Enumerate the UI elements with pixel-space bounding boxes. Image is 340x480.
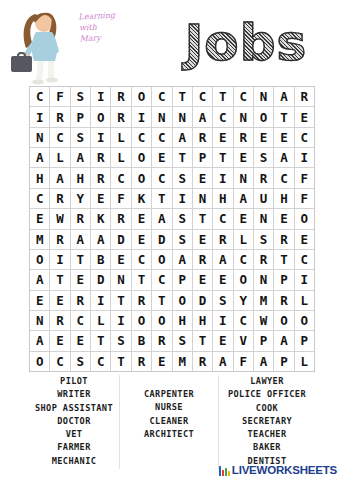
cell-r2c13[interactable]: T <box>274 107 293 126</box>
cell-r1c6[interactable]: O <box>132 87 151 106</box>
cell-r7c12[interactable]: N <box>254 209 273 228</box>
cell-r5c7[interactable]: C <box>152 168 171 187</box>
cell-r12c8[interactable]: H <box>173 311 192 330</box>
cell-r3c1[interactable]: N <box>30 128 49 147</box>
cell-r9c10[interactable]: A <box>213 250 232 269</box>
cell-r14c1[interactable]: O <box>30 352 49 371</box>
word-list-item: MECHANIC <box>52 455 97 468</box>
cell-r3c12[interactable]: E <box>254 128 273 147</box>
word-list-item: COOK <box>256 402 278 415</box>
cell-r13c7[interactable]: R <box>152 331 171 350</box>
cell-r13c3[interactable]: E <box>71 331 90 350</box>
cell-r12c9[interactable]: H <box>193 311 212 330</box>
liveworksheets-logo-icon <box>219 466 230 476</box>
cell-r7c14[interactable]: O <box>295 209 314 228</box>
cell-r10c4[interactable]: D <box>91 270 110 289</box>
cell-r10c1[interactable]: A <box>30 270 49 289</box>
cell-r2c10[interactable]: C <box>213 107 232 126</box>
word-list-item: FARMER <box>57 441 90 454</box>
word-search-grid[interactable]: CFSIROCTCTCNARIRPORINNACNOTENCSILCCARERE… <box>29 86 315 372</box>
cell-r2c9[interactable]: A <box>193 107 212 126</box>
word-list-item: BAKER <box>253 441 281 454</box>
cell-r8c7[interactable]: D <box>152 230 171 249</box>
cell-r12c12[interactable]: W <box>254 311 273 330</box>
cell-r1c11[interactable]: C <box>234 87 253 106</box>
cell-r8c14[interactable]: E <box>295 230 314 249</box>
cell-r13c10[interactable]: E <box>213 331 232 350</box>
cell-r10c5[interactable]: N <box>111 270 130 289</box>
cell-r10c8[interactable]: P <box>173 270 192 289</box>
cell-r4c11[interactable]: E <box>234 148 253 167</box>
cell-r4c5[interactable]: L <box>111 148 130 167</box>
cell-r3c8[interactable]: A <box>173 128 192 147</box>
cell-r4c4[interactable]: R <box>91 148 110 167</box>
word-list-item: POLICE OFFICER <box>228 388 306 401</box>
cell-r6c12[interactable]: U <box>254 189 273 208</box>
cell-r8c12[interactable]: S <box>254 230 273 249</box>
cell-r5c3[interactable]: H <box>71 168 90 187</box>
cell-r2c7[interactable]: N <box>152 107 171 126</box>
cell-r5c1[interactable]: H <box>30 168 49 187</box>
cell-r8c1[interactable]: M <box>30 230 49 249</box>
cell-r14c2[interactable]: C <box>50 352 69 371</box>
cell-r3c2[interactable]: C <box>50 128 69 147</box>
cell-r4c1[interactable]: A <box>30 148 49 167</box>
cell-r5c14[interactable]: F <box>295 168 314 187</box>
cell-r9c1[interactable]: O <box>30 250 49 269</box>
cell-r7c8[interactable]: S <box>173 209 192 228</box>
cell-r11c6[interactable]: R <box>132 291 151 310</box>
cell-r14c13[interactable]: P <box>274 352 293 371</box>
cell-r12c7[interactable]: O <box>152 311 171 330</box>
cell-r9c8[interactable]: A <box>173 250 192 269</box>
cell-r3c6[interactable]: C <box>132 128 151 147</box>
cell-r6c13[interactable]: H <box>274 189 293 208</box>
cell-r10c2[interactable]: T <box>50 270 69 289</box>
cell-r8c5[interactable]: D <box>111 230 130 249</box>
cell-r11c10[interactable]: S <box>213 291 232 310</box>
cell-r4c3[interactable]: A <box>71 148 90 167</box>
cell-r5c12[interactable]: R <box>254 168 273 187</box>
cell-r9c4[interactable]: B <box>91 250 110 269</box>
cell-r4c10[interactable]: T <box>213 148 232 167</box>
cell-r1c1[interactable]: C <box>30 87 49 106</box>
word-list-column-3: LAWYERPOLICE OFFICERCOOKSECRETARYTEACHER… <box>219 375 315 469</box>
word-list-item: CARPENTER <box>144 388 194 401</box>
cell-r3c7[interactable]: C <box>152 128 171 147</box>
cell-r3c9[interactable]: R <box>193 128 212 147</box>
cell-r14c10[interactable]: A <box>213 352 232 371</box>
cell-r11c11[interactable]: Y <box>234 291 253 310</box>
cell-r12c6[interactable]: O <box>132 311 151 330</box>
cell-r8c4[interactable]: A <box>91 230 110 249</box>
cell-r3c4[interactable]: I <box>91 128 110 147</box>
cell-r1c8[interactable]: T <box>173 87 192 106</box>
cell-r5c8[interactable]: S <box>173 168 192 187</box>
cell-r5c2[interactable]: A <box>50 168 69 187</box>
cell-r14c8[interactable]: M <box>173 352 192 371</box>
cell-r13c4[interactable]: T <box>91 331 110 350</box>
cell-r13c2[interactable]: E <box>50 331 69 350</box>
cell-r9c3[interactable]: T <box>71 250 90 269</box>
cell-r14c3[interactable]: S <box>71 352 90 371</box>
cell-r13c14[interactable]: P <box>295 331 314 350</box>
cell-r9c5[interactable]: E <box>111 250 130 269</box>
cell-r3c3[interactable]: S <box>71 128 90 147</box>
word-list-item: VET <box>66 428 83 441</box>
cell-r4c2[interactable]: L <box>50 148 69 167</box>
word-list-item: WRITER <box>57 388 90 401</box>
cell-r2c11[interactable]: N <box>234 107 253 126</box>
cell-r9c11[interactable]: C <box>234 250 253 269</box>
cell-r3c14[interactable]: C <box>295 128 314 147</box>
cell-r2c6[interactable]: I <box>132 107 151 126</box>
cell-r8c6[interactable]: E <box>132 230 151 249</box>
cell-r13c6[interactable]: B <box>132 331 151 350</box>
cell-r8c9[interactable]: E <box>193 230 212 249</box>
cell-r6c1[interactable]: C <box>30 189 49 208</box>
cell-r11c9[interactable]: D <box>193 291 212 310</box>
cell-r2c2[interactable]: R <box>50 107 69 126</box>
cell-r9c7[interactable]: O <box>152 250 171 269</box>
cell-r1c10[interactable]: T <box>213 87 232 106</box>
cell-r10c6[interactable]: T <box>132 270 151 289</box>
cell-r1c9[interactable]: C <box>193 87 212 106</box>
cell-r6c11[interactable]: A <box>234 189 253 208</box>
cell-r10c12[interactable]: N <box>254 270 273 289</box>
cell-r14c11[interactable]: F <box>234 352 253 371</box>
cell-r1c4[interactable]: I <box>91 87 110 106</box>
cell-r7c13[interactable]: E <box>274 209 293 228</box>
cell-r13c9[interactable]: T <box>193 331 212 350</box>
cell-r14c4[interactable]: C <box>91 352 110 371</box>
cell-r7c1[interactable]: E <box>30 209 49 228</box>
cell-r8c10[interactable]: R <box>213 230 232 249</box>
cell-r10c3[interactable]: E <box>71 270 90 289</box>
cell-r12c4[interactable]: L <box>91 311 110 330</box>
cell-r1c12[interactable]: N <box>254 87 273 106</box>
cell-r6c6[interactable]: K <box>132 189 151 208</box>
brand-line: Mary <box>79 30 139 44</box>
cell-r7c10[interactable]: C <box>213 209 232 228</box>
cell-r6c3[interactable]: Y <box>71 189 90 208</box>
cell-r13c13[interactable]: A <box>274 331 293 350</box>
cell-r11c5[interactable]: T <box>111 291 130 310</box>
cell-r11c13[interactable]: R <box>274 291 293 310</box>
cell-r2c5[interactable]: R <box>111 107 130 126</box>
word-list-item: TEACHER <box>247 428 286 441</box>
cell-r6c9[interactable]: N <box>193 189 212 208</box>
cell-r12c5[interactable]: I <box>111 311 130 330</box>
cell-r6c10[interactable]: H <box>213 189 232 208</box>
cell-r11c4[interactable]: I <box>91 291 110 310</box>
cell-r3c10[interactable]: E <box>213 128 232 147</box>
cell-r4c9[interactable]: P <box>193 148 212 167</box>
cell-r5c10[interactable]: I <box>213 168 232 187</box>
cell-r14c14[interactable]: L <box>295 352 314 371</box>
cell-r10c13[interactable]: P <box>274 270 293 289</box>
cell-r7c4[interactable]: K <box>91 209 110 228</box>
cell-r9c14[interactable]: C <box>295 250 314 269</box>
cell-r2c12[interactable]: O <box>254 107 273 126</box>
cell-r9c13[interactable]: T <box>274 250 293 269</box>
word-list-item: DOCTOR <box>57 415 90 428</box>
cell-r7c3[interactable]: R <box>71 209 90 228</box>
cell-r2c14[interactable]: E <box>295 107 314 126</box>
word-list-item: NURSE <box>155 401 183 414</box>
cell-r1c7[interactable]: C <box>152 87 171 106</box>
cell-r4c8[interactable]: T <box>173 148 192 167</box>
cell-r9c9[interactable]: R <box>193 250 212 269</box>
cell-r12c3[interactable]: C <box>71 311 90 330</box>
word-list-item: CLEANER <box>149 415 188 428</box>
cell-r4c14[interactable]: I <box>295 148 314 167</box>
cell-r8c2[interactable]: R <box>50 230 69 249</box>
cell-r9c12[interactable]: R <box>254 250 273 269</box>
word-list-column-2: CARPENTERNURSECLEANERARCHITECT <box>119 375 219 469</box>
cell-r5c9[interactable]: E <box>193 168 212 187</box>
cell-r5c11[interactable]: N <box>234 168 253 187</box>
cell-r6c8[interactable]: I <box>173 189 192 208</box>
word-list-item: LAWYER <box>250 375 283 388</box>
cell-r6c14[interactable]: F <box>295 189 314 208</box>
cell-r2c4[interactable]: O <box>91 107 110 126</box>
cell-r1c3[interactable]: S <box>71 87 90 106</box>
cell-r11c12[interactable]: M <box>254 291 273 310</box>
cell-r11c1[interactable]: E <box>30 291 49 310</box>
cell-r14c9[interactable]: R <box>193 352 212 371</box>
cell-r12c10[interactable]: I <box>213 311 232 330</box>
cell-r5c13[interactable]: C <box>274 168 293 187</box>
cell-r13c5[interactable]: S <box>111 331 130 350</box>
cell-r12c11[interactable]: C <box>234 311 253 330</box>
cell-r6c5[interactable]: F <box>111 189 130 208</box>
word-list-item: SHOP ASSISTANT <box>35 402 113 415</box>
word-list-item: PILOT <box>60 375 88 388</box>
cell-r3c11[interactable]: R <box>234 128 253 147</box>
cell-r13c8[interactable]: S <box>173 331 192 350</box>
cell-r4c6[interactable]: O <box>132 148 151 167</box>
cell-r9c6[interactable]: C <box>132 250 151 269</box>
cell-r7c6[interactable]: E <box>132 209 151 228</box>
cell-r8c3[interactable]: A <box>71 230 90 249</box>
learning-with-mary-logo: Learning with Mary <box>78 8 140 44</box>
cell-r13c12[interactable]: P <box>254 331 273 350</box>
cell-r5c4[interactable]: R <box>91 168 110 187</box>
cell-r7c5[interactable]: R <box>111 209 130 228</box>
cell-r5c5[interactable]: C <box>111 168 130 187</box>
cell-r11c7[interactable]: T <box>152 291 171 310</box>
cell-r1c13[interactable]: A <box>274 87 293 106</box>
mary-character-illustration <box>6 6 86 86</box>
cell-r8c8[interactable]: S <box>173 230 192 249</box>
cell-r10c9[interactable]: E <box>193 270 212 289</box>
cell-r2c3[interactable]: P <box>71 107 90 126</box>
cell-r11c2[interactable]: E <box>50 291 69 310</box>
cell-r5c6[interactable]: O <box>132 168 151 187</box>
cell-r7c11[interactable]: E <box>234 209 253 228</box>
word-lists: PILOTWRITERSHOP ASSISTANTDOCTORVETFARMER… <box>29 375 315 469</box>
cell-r12c13[interactable]: O <box>274 311 293 330</box>
cell-r10c10[interactable]: E <box>213 270 232 289</box>
puzzle-title: Jobs <box>168 14 324 72</box>
cell-r10c11[interactable]: O <box>234 270 253 289</box>
cell-r10c7[interactable]: C <box>152 270 171 289</box>
cell-r7c7[interactable]: A <box>152 209 171 228</box>
cell-r7c9[interactable]: T <box>193 209 212 228</box>
cell-r12c1[interactable]: N <box>30 311 49 330</box>
cell-r4c13[interactable]: A <box>274 148 293 167</box>
cell-r1c5[interactable]: R <box>111 87 130 106</box>
cell-r8c13[interactable]: R <box>274 230 293 249</box>
cell-r2c8[interactable]: N <box>173 107 192 126</box>
cell-r13c1[interactable]: A <box>30 331 49 350</box>
cell-r11c8[interactable]: O <box>173 291 192 310</box>
cell-r10c14[interactable]: I <box>295 270 314 289</box>
cell-r13c11[interactable]: V <box>234 331 253 350</box>
cell-r6c7[interactable]: T <box>152 189 171 208</box>
liveworksheets-brand-text: LIVEWORKSHEETS <box>232 464 337 476</box>
cell-r1c2[interactable]: F <box>50 87 69 106</box>
cell-r11c3[interactable]: R <box>71 291 90 310</box>
cell-r14c7[interactable]: E <box>152 352 171 371</box>
cell-r6c2[interactable]: R <box>50 189 69 208</box>
word-list-column-1: PILOTWRITERSHOP ASSISTANTDOCTORVETFARMER… <box>29 375 119 469</box>
liveworksheets-brand: LIVEWORKSHEETS <box>219 464 337 476</box>
word-list-item: ARCHITECT <box>144 428 194 441</box>
cell-r4c12[interactable]: S <box>254 148 273 167</box>
cell-r8c11[interactable]: L <box>234 230 253 249</box>
cell-r2c1[interactable]: I <box>30 107 49 126</box>
cell-r12c2[interactable]: R <box>50 311 69 330</box>
cell-r11c14[interactable]: L <box>295 291 314 310</box>
word-list-item: SECRETARY <box>242 415 292 428</box>
cell-r4c7[interactable]: E <box>152 148 171 167</box>
cell-r6c4[interactable]: E <box>91 189 110 208</box>
cell-r14c6[interactable]: R <box>132 352 151 371</box>
cell-r1c14[interactable]: R <box>295 87 314 106</box>
cell-r9c2[interactable]: I <box>50 250 69 269</box>
cell-r3c13[interactable]: E <box>274 128 293 147</box>
cell-r12c14[interactable]: O <box>295 311 314 330</box>
cell-r14c12[interactable]: A <box>254 352 273 371</box>
cell-r3c5[interactable]: L <box>111 128 130 147</box>
cell-r7c2[interactable]: W <box>50 209 69 228</box>
cell-r14c5[interactable]: T <box>111 352 130 371</box>
